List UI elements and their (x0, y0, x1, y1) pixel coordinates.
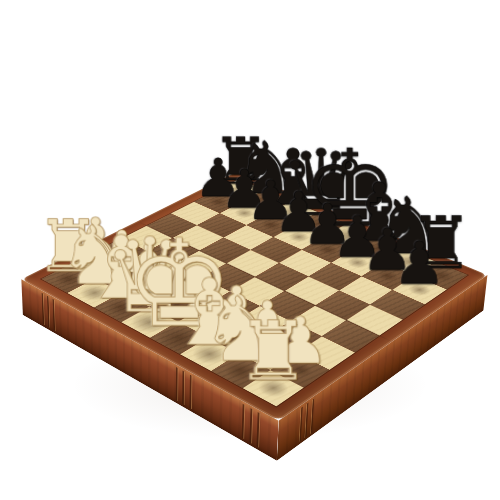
spine-groove (242, 404, 245, 439)
board-grid: ♜♞♝♛♚♝♞♜♟♟♟♟♟♟♟♟♟♟♟♟♟♟♟♟♜♞♝♛♚♝♞♜ (41, 179, 468, 406)
white-rook-icon: ♜ (237, 310, 311, 392)
spine-groove (182, 371, 184, 405)
spine-groove (53, 299, 55, 331)
spine-groove (47, 296, 49, 328)
spine-groove (305, 402, 308, 437)
spine-groove (249, 408, 252, 443)
spine-groove (299, 407, 302, 442)
scene-background: ♜♞♝♛♚♝♞♜♟♟♟♟♟♟♟♟♟♟♟♟♟♟♟♟♜♞♝♛♚♝♞♜ (0, 0, 500, 500)
spine-groove (256, 412, 259, 447)
spine-groove (176, 367, 178, 401)
spine-groove (41, 293, 43, 325)
board-perspective-wrapper: ♜♞♝♛♚♝♞♜♟♟♟♟♟♟♟♟♟♟♟♟♟♟♟♟♜♞♝♛♚♝♞♜ (0, 0, 500, 500)
chess-board: ♜♞♝♛♚♝♞♜♟♟♟♟♟♟♟♟♟♟♟♟♟♟♟♟♜♞♝♛♚♝♞♜ (21, 171, 487, 420)
black-pawn-icon: ♟ (393, 234, 446, 293)
spine-groove (311, 398, 314, 433)
spine-groove (189, 375, 191, 409)
